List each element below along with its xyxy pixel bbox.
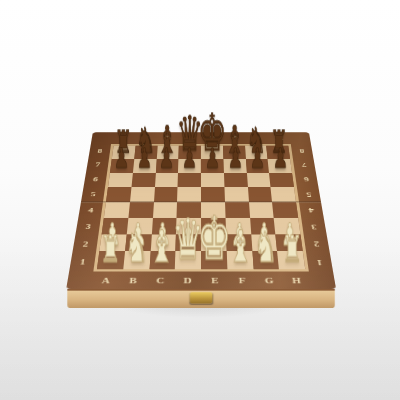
black-pawn: ♟: [114, 145, 129, 173]
black-pawn: ♟: [205, 145, 220, 173]
file-label: H: [282, 271, 311, 289]
file-label: F: [223, 132, 246, 144]
rank-label: 1: [69, 253, 96, 272]
square-f5: [224, 187, 248, 202]
file-label: F: [228, 271, 256, 289]
file-label: C: [146, 271, 174, 289]
square-b5: [130, 187, 155, 202]
square-e5: [201, 187, 225, 202]
black-pawn: ♟: [159, 145, 174, 173]
square-b6: [131, 173, 155, 187]
file-label: C: [156, 132, 179, 144]
square-f1: ♝: [226, 251, 253, 269]
square-e1: ♚: [201, 251, 227, 269]
rank-label: 2: [72, 235, 98, 253]
white-bishop: ♝: [228, 224, 253, 269]
file-label: B: [134, 132, 157, 144]
square-a7: ♟: [110, 159, 134, 173]
black-pawn: ♟: [182, 145, 197, 173]
board-frame: ABCDEFGH 87654321 87654321 ABCDEFGH ♜♞♝♛…: [66, 132, 336, 289]
file-label: A: [111, 132, 135, 144]
square-g1: ♞: [252, 251, 279, 269]
square-c5: [154, 187, 178, 202]
white-knight: ♞: [124, 226, 148, 268]
square-f7: ♟: [223, 159, 246, 173]
square-h4: [272, 202, 298, 218]
square-g5: [247, 187, 272, 202]
scene: ABCDEFGH 87654321 87654321 ABCDEFGH ♜♞♝♛…: [0, 0, 400, 400]
chess-board: ABCDEFGH 87654321 87654321 ABCDEFGH ♜♞♝♛…: [66, 132, 336, 289]
square-c7: ♟: [155, 159, 178, 173]
rank-label: 1: [306, 253, 333, 272]
square-h1: ♜: [277, 251, 305, 269]
file-label: E: [201, 271, 229, 289]
black-pawn: ♟: [136, 145, 151, 173]
product-photo-background: ABCDEFGH 87654321 87654321 ABCDEFGH ♜♞♝♛…: [0, 0, 400, 400]
square-d5: [177, 187, 201, 202]
square-a4: [104, 202, 130, 218]
square-b1: ♞: [123, 251, 150, 269]
square-a6: [108, 173, 133, 187]
file-label: H: [267, 132, 291, 144]
rank-label: 7: [293, 158, 316, 172]
rank-label: 6: [295, 172, 319, 187]
rank-label: 2: [304, 235, 330, 253]
rank-label: 4: [78, 202, 103, 218]
square-d6: [178, 173, 201, 187]
file-label: G: [245, 132, 268, 144]
rank-label: 7: [86, 158, 109, 172]
square-h7: ♟: [268, 159, 292, 173]
white-rook: ♜: [282, 232, 303, 269]
square-h5: [271, 187, 296, 202]
square-a5: [106, 187, 131, 202]
square-e6: [201, 173, 224, 187]
square-g6: [246, 173, 270, 187]
square-d7: ♟: [178, 159, 201, 173]
file-labels-top: ABCDEFGH: [111, 132, 291, 144]
white-king: ♚: [197, 208, 231, 268]
square-b4: [128, 202, 153, 218]
file-label: G: [255, 271, 284, 289]
square-g7: ♟: [246, 159, 270, 173]
board-grid: ♜♞♝♛♚♝♞♜♟♟♟♟♟♟♟♟♟♟♟♟♟♟♟♟♜♞♝♛♚♝♞♜: [93, 144, 308, 271]
file-labels-bottom: ABCDEFGH: [91, 271, 311, 289]
rank-label: 6: [84, 172, 108, 187]
black-pawn: ♟: [273, 145, 288, 173]
white-bishop: ♝: [150, 224, 175, 269]
board-front-edge: [67, 289, 335, 308]
file-label: E: [201, 132, 223, 144]
rank-label: 3: [301, 218, 326, 235]
white-knight: ♞: [254, 226, 278, 268]
rank-label: 8: [291, 144, 314, 158]
rank-label: 3: [75, 218, 100, 235]
file-label: B: [118, 271, 147, 289]
white-rook: ♜: [100, 232, 121, 269]
file-label: D: [178, 132, 200, 144]
file-label: D: [174, 271, 202, 289]
square-c6: [154, 173, 178, 187]
black-pawn: ♟: [250, 145, 265, 173]
square-b7: ♟: [133, 159, 157, 173]
brass-clasp-icon: [190, 292, 212, 303]
rank-label: 5: [81, 187, 105, 202]
black-pawn: ♟: [227, 145, 242, 173]
square-a1: ♜: [97, 251, 125, 269]
file-label: A: [91, 271, 120, 289]
square-f6: [224, 173, 248, 187]
rank-label: 8: [89, 144, 111, 158]
rank-label: 5: [297, 187, 321, 202]
square-e7: ♟: [201, 159, 224, 173]
rank-label: 4: [299, 202, 324, 218]
square-g4: [249, 202, 274, 218]
square-h6: [269, 173, 294, 187]
